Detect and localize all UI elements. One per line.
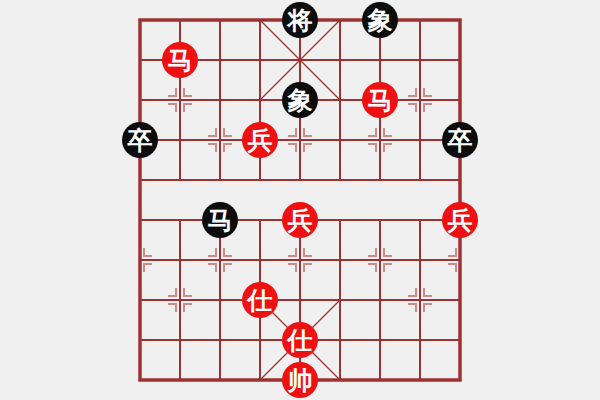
piece-red-soldier-2[interactable]: 兵 <box>282 202 318 238</box>
piece-black-general[interactable]: 将 <box>282 2 318 38</box>
piece-red-horse-2[interactable]: 马 <box>362 82 398 118</box>
piece-black-soldier-1[interactable]: 卒 <box>122 122 158 158</box>
pieces-layer: 将象马象马卒兵卒马兵兵仕仕帅 <box>120 0 480 400</box>
piece-red-soldier-1[interactable]: 兵 <box>242 122 278 158</box>
xiangqi-app: 将象马象马卒兵卒马兵兵仕仕帅 <box>0 0 600 400</box>
piece-red-general[interactable]: 帅 <box>282 362 318 398</box>
piece-black-soldier-2[interactable]: 卒 <box>442 122 478 158</box>
piece-black-elephant-1[interactable]: 象 <box>362 2 398 38</box>
piece-black-elephant-2[interactable]: 象 <box>282 82 318 118</box>
piece-red-horse-1[interactable]: 马 <box>162 42 198 78</box>
piece-red-soldier-3[interactable]: 兵 <box>442 202 478 238</box>
piece-red-advisor-1[interactable]: 仕 <box>242 282 278 318</box>
piece-black-horse[interactable]: 马 <box>202 202 238 238</box>
piece-red-advisor-2[interactable]: 仕 <box>282 322 318 358</box>
